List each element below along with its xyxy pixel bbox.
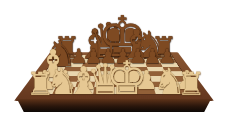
board-front-edge: [17, 99, 211, 112]
square-b1: [52, 87, 75, 94]
square-e1: [114, 87, 135, 94]
square-c1: [73, 87, 95, 94]
square-h1: [173, 87, 197, 94]
board-frame: [14, 52, 214, 101]
board-perspective-scene: [14, 0, 214, 101]
chess-board: [30, 55, 198, 94]
square-f1: [134, 87, 156, 94]
chess-set-photo: ♜♝♛♚♝♞♜♟♟♟♟♟♟♟♟♞♝♟♟♟♟♟♟♟♟♜♞♝♛♚♞♜: [0, 0, 228, 128]
square-d1: [93, 87, 114, 94]
